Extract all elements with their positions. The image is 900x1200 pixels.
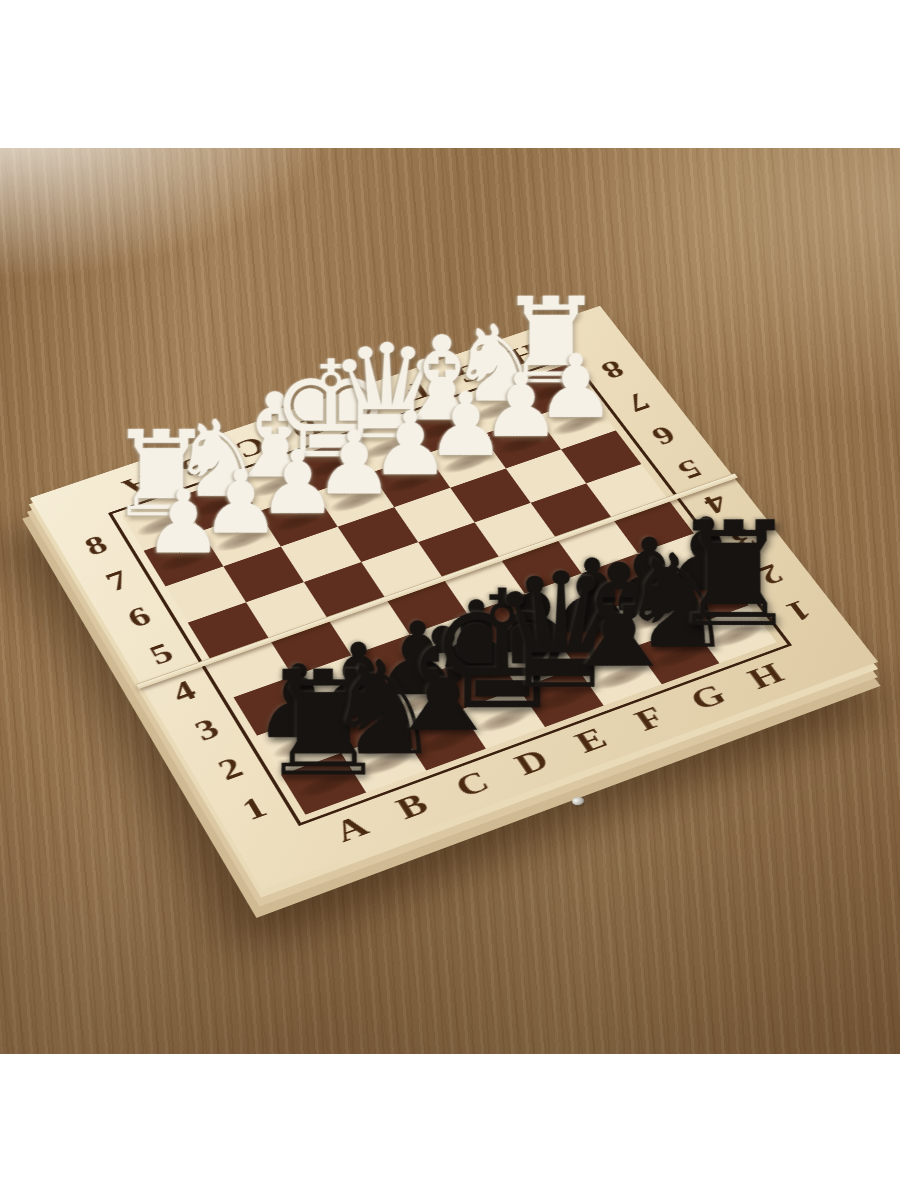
table-surface: 8877665544332211AABBCCDDEEFFGGHH♜♞♝♚♛♝♞♜… (0, 148, 900, 1054)
photo-bottom-margin (0, 1054, 900, 1200)
piece-white-pawn-h7[interactable]: ♟ (535, 343, 615, 431)
piece-black-rook-h1[interactable]: ♜ (666, 503, 800, 648)
chess-board: 8877665544332211AABBCCDDEEFFGGHH♜♞♝♚♛♝♞♜… (30, 306, 878, 890)
clasp-screw-icon (570, 795, 586, 806)
photo-top-margin (0, 0, 900, 148)
